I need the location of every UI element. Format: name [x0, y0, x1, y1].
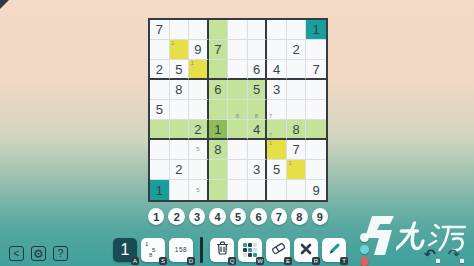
cell-r4c4[interactable]: 6: [209, 80, 229, 100]
mode-corner-button[interactable]: 1 5 8 S: [141, 238, 165, 262]
cell-r2c3[interactable]: 9: [189, 40, 209, 60]
cell-r3c7[interactable]: 4: [267, 60, 287, 80]
back-button[interactable]: <: [9, 246, 24, 261]
cell-r3c4[interactable]: [209, 60, 229, 80]
corner-mark: [0, 0, 9, 9]
cell-r8c6[interactable]: 3: [248, 160, 268, 180]
help-button[interactable]: ?: [53, 246, 68, 261]
cell-r7c5[interactable]: [228, 140, 248, 160]
pen-color-red[interactable]: [360, 257, 369, 266]
cell-r7c4[interactable]: 8: [209, 140, 229, 160]
toolbar-divider: [200, 237, 203, 263]
cell-r8c3[interactable]: [189, 160, 209, 180]
cell-value: 7: [156, 23, 163, 36]
cell-r2c8[interactable]: 2: [287, 40, 307, 60]
undo-key-hint: [436, 259, 440, 263]
cell-r7c6[interactable]: [248, 140, 268, 160]
cell-r5c6[interactable]: 8: [248, 100, 268, 120]
cell-r6c4[interactable]: 1: [209, 120, 229, 140]
numpad-8[interactable]: 8: [291, 208, 307, 225]
cell-value: 5: [273, 163, 280, 176]
delete-shortcut-badge: Q: [228, 257, 236, 265]
cell-r6c6[interactable]: 4: [248, 120, 268, 140]
cell-value: 2: [194, 123, 201, 136]
cell-r3c6[interactable]: 6: [248, 60, 268, 80]
numpad-6[interactable]: 6: [250, 208, 266, 225]
color-shortcut-badge: W: [256, 257, 264, 265]
cell-r1c3[interactable]: [189, 20, 209, 40]
cell-r3c8[interactable]: [287, 60, 307, 80]
cell-r7c9[interactable]: [306, 140, 326, 160]
mode-normal-button[interactable]: 1 A: [113, 238, 137, 262]
cell-value: 8: [214, 143, 221, 156]
x-icon: [300, 241, 312, 259]
cell-r1c9[interactable]: 1: [306, 20, 326, 40]
eraser-shortcut-badge: E: [284, 257, 292, 265]
cell-value: 3: [253, 163, 260, 176]
undo-icon: ↶: [424, 246, 436, 262]
numpad-1[interactable]: 1: [148, 208, 164, 225]
mode-center-button[interactable]: 158 D: [169, 238, 193, 262]
cell-value: 6: [253, 63, 260, 76]
cell-r5c2[interactable]: [170, 100, 190, 120]
numpad-2[interactable]: 2: [168, 208, 184, 225]
mode-center-shortcut-badge: D: [187, 257, 195, 265]
trash-icon: [216, 241, 229, 259]
numpad-5[interactable]: 5: [230, 208, 246, 225]
cell-r5c1[interactable]: 5: [150, 100, 170, 120]
cell-r1c7[interactable]: [267, 20, 287, 40]
delete-button[interactable]: Q: [210, 238, 234, 262]
cell-r9c4[interactable]: [209, 180, 229, 200]
side-controls: < ⚙ ?: [9, 246, 68, 261]
pencil-mark: 8: [254, 113, 260, 119]
cell-r5c7[interactable]: 7: [267, 100, 287, 120]
cell-r8c4[interactable]: [209, 160, 229, 180]
cell-r9c6[interactable]: [248, 180, 268, 200]
cell-value: 2: [293, 43, 300, 56]
cell-r2c1[interactable]: [150, 40, 170, 60]
cell-r7c3[interactable]: 5: [189, 140, 209, 160]
cell-r6c5[interactable]: [228, 120, 248, 140]
cell-value: 2: [156, 63, 163, 76]
cell-r3c3[interactable]: 1: [189, 60, 209, 80]
clear-button[interactable]: R: [294, 238, 318, 262]
redo-key-hint: [460, 259, 464, 263]
cell-r7c2[interactable]: [170, 140, 190, 160]
pencil-mark: 1: [287, 160, 293, 166]
cell-value: 1: [214, 123, 221, 136]
cell-r3c9[interactable]: 7: [306, 60, 326, 80]
cell-value: 9: [313, 184, 320, 197]
cell-r9c5[interactable]: [228, 180, 248, 200]
cell-r9c3[interactable]: 5: [189, 180, 209, 200]
eraser-button[interactable]: E: [266, 238, 290, 262]
cell-r4c6[interactable]: 5: [248, 80, 268, 100]
cell-r1c2[interactable]: [170, 20, 190, 40]
pencil-mark: 7: [267, 132, 273, 138]
cell-value: 3: [273, 83, 280, 96]
cell-value: 4: [253, 123, 260, 136]
pen-shortcut-badge: T: [340, 257, 348, 265]
cell-value: 5: [156, 103, 163, 116]
pencil-mark: 5: [195, 187, 201, 194]
cell-value: 7: [214, 43, 221, 56]
numpad-7[interactable]: 7: [271, 208, 287, 225]
cell-r9c2[interactable]: [170, 180, 190, 200]
cell-r8c9[interactable]: [306, 160, 326, 180]
cell-r5c5[interactable]: 8: [228, 100, 248, 120]
toolbar: 1 A 1 5 8 S 158 D Q W: [113, 233, 369, 266]
mode-center-sample: 158: [175, 246, 187, 253]
pen-button[interactable]: T: [322, 238, 346, 262]
cell-value: 5: [175, 63, 182, 76]
cell-r6c7[interactable]: 7: [267, 120, 287, 140]
logo-glyph-icon: [360, 215, 396, 257]
mode-corner-shortcut-badge: S: [159, 257, 167, 265]
cell-r7c8[interactable]: 7: [287, 140, 307, 160]
cell-r3c2[interactable]: 5: [170, 60, 190, 80]
cell-value: 7: [313, 63, 320, 76]
gear-icon: ⚙: [33, 248, 44, 260]
numpad-4[interactable]: 4: [209, 208, 225, 225]
cell-value: 6: [214, 83, 221, 96]
sudoku-grid: 711972251647865358872147858172351159: [148, 18, 328, 202]
cell-r2c4[interactable]: 7: [209, 40, 229, 60]
cell-r2c9[interactable]: [306, 40, 326, 60]
cell-value: 8: [175, 83, 182, 96]
pencil-mark: 1: [267, 140, 273, 146]
cell-r7c1[interactable]: [150, 140, 170, 160]
cell-r4c8[interactable]: [287, 80, 307, 100]
cell-r4c3[interactable]: [189, 80, 209, 100]
cell-value: 9: [194, 43, 201, 56]
clear-shortcut-badge: R: [312, 257, 320, 265]
sudoku-app: 711972251647865358872147858172351159 1 2…: [0, 0, 474, 266]
cell-r2c2[interactable]: 1: [170, 40, 190, 60]
cell-value: 1: [313, 23, 320, 36]
pencil-icon: [328, 241, 341, 259]
cell-value: 8: [293, 123, 300, 136]
mode-normal-shortcut-badge: A: [131, 257, 139, 265]
cell-r2c5[interactable]: [228, 40, 248, 60]
cell-value: 5: [253, 83, 260, 96]
cell-r9c7[interactable]: [267, 180, 287, 200]
cell-r9c8[interactable]: [287, 180, 307, 200]
cell-r6c9[interactable]: [306, 120, 326, 140]
cell-r2c6[interactable]: [248, 40, 268, 60]
cell-r8c7[interactable]: 5: [267, 160, 287, 180]
settings-button[interactable]: ⚙: [31, 246, 46, 261]
cell-r5c8[interactable]: [287, 100, 307, 120]
cell-r1c6[interactable]: [248, 20, 268, 40]
cell-r5c3[interactable]: [189, 100, 209, 120]
cell-r8c8[interactable]: 1: [287, 160, 307, 180]
cell-r5c9[interactable]: [306, 100, 326, 120]
cell-r1c8[interactable]: [287, 20, 307, 40]
cell-r8c5[interactable]: [228, 160, 248, 180]
cell-r4c5[interactable]: [228, 80, 248, 100]
cell-r8c1[interactable]: [150, 160, 170, 180]
undo-button[interactable]: ↶: [424, 247, 436, 261]
cell-r9c1[interactable]: 1: [150, 180, 170, 200]
number-pad: 1 2 3 4 5 6 7 8 9: [148, 208, 328, 225]
cell-value: 7: [293, 143, 300, 156]
eraser-icon: [271, 241, 286, 259]
cell-value: 2: [175, 163, 182, 176]
color-button[interactable]: W: [238, 238, 262, 262]
cell-value: 4: [273, 63, 280, 76]
pencil-mark: 1: [189, 60, 195, 66]
cell-r4c1[interactable]: [150, 80, 170, 100]
cell-r9c9[interactable]: 9: [306, 180, 326, 200]
cell-r1c1[interactable]: 7: [150, 20, 170, 40]
cell-r7c7[interactable]: 1: [267, 140, 287, 160]
color-grid-icon: [243, 243, 257, 257]
cell-r5c4[interactable]: [209, 100, 229, 120]
pencil-mark: 1: [170, 40, 176, 46]
redo-icon: ↷: [448, 246, 460, 262]
pencil-mark: 8: [234, 113, 240, 119]
cell-r8c2[interactable]: 2: [170, 160, 190, 180]
cell-r4c2[interactable]: 8: [170, 80, 190, 100]
pencil-mark: 5: [195, 146, 201, 152]
numpad-3[interactable]: 3: [189, 208, 205, 225]
redo-button[interactable]: ↷: [448, 247, 460, 261]
cell-r4c7[interactable]: 3: [267, 80, 287, 100]
pencil-mark: 7: [267, 113, 273, 119]
cell-r1c5[interactable]: [228, 20, 248, 40]
cell-r6c2[interactable]: [170, 120, 190, 140]
numpad-9[interactable]: 9: [312, 208, 328, 225]
cell-r6c1[interactable]: [150, 120, 170, 140]
cell-r1c4[interactable]: [209, 20, 229, 40]
cell-r6c8[interactable]: 8: [287, 120, 307, 140]
cell-r4c9[interactable]: [306, 80, 326, 100]
cell-value: 1: [156, 184, 163, 197]
cell-r6c3[interactable]: 2: [189, 120, 209, 140]
cell-r2c7[interactable]: [267, 40, 287, 60]
cell-r3c5[interactable]: [228, 60, 248, 80]
mode-normal-sample: 1: [121, 241, 130, 259]
cell-r3c1[interactable]: 2: [150, 60, 170, 80]
